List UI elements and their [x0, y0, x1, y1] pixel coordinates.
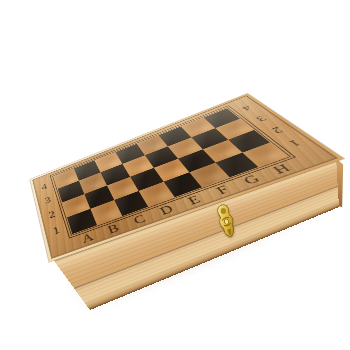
scene: ABCDEFGH11223344: [0, 0, 350, 350]
